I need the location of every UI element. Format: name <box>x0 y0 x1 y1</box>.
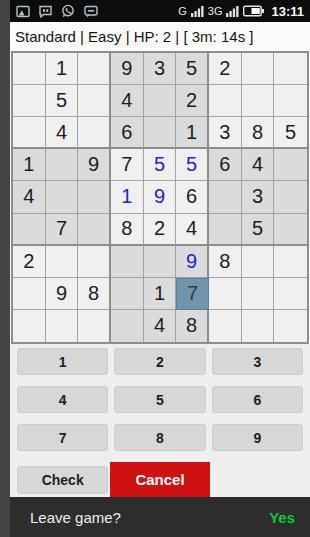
cell-r8-c9[interactable] <box>274 278 307 310</box>
cell-r9-c2[interactable] <box>46 310 79 342</box>
cell-r1-c2[interactable]: 1 <box>46 53 79 85</box>
game-info-text: Standard | Easy | HP: 2 | [ 3m: 14s ] <box>15 28 253 45</box>
cell-r4-c1[interactable]: 1 <box>13 149 46 181</box>
cell-r3-c6[interactable]: 1 <box>176 117 209 149</box>
cell-r5-c2[interactable] <box>46 181 79 213</box>
phone-screen: G 3G <box>10 0 310 537</box>
cell-r7-c9[interactable] <box>274 246 307 278</box>
cell-r7-c8[interactable] <box>242 246 275 278</box>
sms-icon <box>39 5 52 18</box>
notification-icons <box>16 4 98 18</box>
cell-r2-c1[interactable] <box>13 85 46 117</box>
cell-r8-c5[interactable]: 1 <box>144 278 177 310</box>
cell-r9-c1[interactable] <box>13 310 46 342</box>
cell-r5-c5[interactable]: 9 <box>144 181 177 213</box>
cell-r3-c1[interactable] <box>13 117 46 149</box>
cell-r4-c8[interactable]: 4 <box>242 149 275 181</box>
cell-r8-c2[interactable]: 9 <box>46 278 79 310</box>
status-indicators: G 3G <box>178 4 304 19</box>
cell-r7-c5[interactable] <box>144 246 177 278</box>
cell-r2-c4[interactable]: 4 <box>111 85 144 117</box>
cell-r3-c9[interactable]: 5 <box>274 117 307 149</box>
action-row: Check Cancel <box>17 462 303 497</box>
numpad-button-8[interactable]: 8 <box>114 424 205 451</box>
leave-game-snackbar: Leave game? Yes <box>10 497 310 537</box>
sudoku-board: 1935254246138519755644196378245298981748 <box>11 51 309 344</box>
cell-r9-c4[interactable] <box>111 310 144 342</box>
cell-r5-c9[interactable] <box>274 181 307 213</box>
cell-r4-c7[interactable]: 6 <box>209 149 242 181</box>
cell-r2-c6[interactable]: 2 <box>176 85 209 117</box>
cell-r6-c5[interactable]: 2 <box>144 214 177 246</box>
cell-r8-c8[interactable] <box>242 278 275 310</box>
cell-r9-c6[interactable]: 8 <box>176 310 209 342</box>
game-info-bar: Standard | Easy | HP: 2 | [ 3m: 14s ] <box>10 22 310 51</box>
cell-r9-c3[interactable] <box>78 310 111 342</box>
cell-r2-c8[interactable] <box>242 85 275 117</box>
signal-icon <box>226 5 239 17</box>
cell-r8-c7[interactable] <box>209 278 242 310</box>
battery-icon <box>243 5 264 17</box>
cell-r9-c8[interactable] <box>242 310 275 342</box>
cell-r5-c7[interactable] <box>209 181 242 213</box>
cancel-button[interactable]: Cancel <box>110 462 209 497</box>
cell-r4-c3[interactable]: 9 <box>78 149 111 181</box>
cell-r1-c3[interactable] <box>78 53 111 85</box>
cell-r8-c1[interactable] <box>13 278 46 310</box>
cell-r3-c3[interactable] <box>78 117 111 149</box>
clock: 13:11 <box>271 4 304 19</box>
cell-r2-c9[interactable] <box>274 85 307 117</box>
cell-r3-c4[interactable]: 6 <box>111 117 144 149</box>
numpad-button-5[interactable]: 5 <box>114 386 205 413</box>
cell-r7-c6[interactable]: 9 <box>176 246 209 278</box>
cell-r4-c9[interactable] <box>274 149 307 181</box>
network-3g-label: 3G <box>208 5 223 17</box>
cell-r1-c4[interactable]: 9 <box>111 53 144 85</box>
cell-r2-c5[interactable] <box>144 85 177 117</box>
whatsapp-icon <box>61 4 75 18</box>
number-pad: 123456789 <box>17 348 303 451</box>
numpad-button-1[interactable]: 1 <box>17 348 108 375</box>
cell-r7-c3[interactable] <box>78 246 111 278</box>
cell-r3-c5[interactable] <box>144 117 177 149</box>
cell-r1-c9[interactable] <box>274 53 307 85</box>
cell-r5-c4[interactable]: 1 <box>111 181 144 213</box>
cell-r1-c6[interactable]: 5 <box>176 53 209 85</box>
cell-r4-c6[interactable]: 5 <box>176 149 209 181</box>
cell-r8-c4[interactable] <box>111 278 144 310</box>
numpad-button-3[interactable]: 3 <box>212 348 303 375</box>
check-button[interactable]: Check <box>17 466 108 494</box>
control-panel: 123456789 Check Cancel <box>10 344 310 497</box>
cell-r5-c3[interactable] <box>78 181 111 213</box>
snackbar-message: Leave game? <box>30 509 121 526</box>
cell-r1-c1[interactable] <box>13 53 46 85</box>
cell-r7-c1[interactable]: 2 <box>13 246 46 278</box>
cell-r5-c1[interactable]: 4 <box>13 181 46 213</box>
cell-r3-c8[interactable]: 8 <box>242 117 275 149</box>
signal-icon <box>191 5 204 17</box>
cell-r6-c4[interactable]: 8 <box>111 214 144 246</box>
numpad-button-4[interactable]: 4 <box>17 386 108 413</box>
cell-r1-c8[interactable] <box>242 53 275 85</box>
numpad-button-2[interactable]: 2 <box>114 348 205 375</box>
cell-r9-c5[interactable]: 4 <box>144 310 177 342</box>
numpad-button-6[interactable]: 6 <box>212 386 303 413</box>
cell-r6-c3[interactable] <box>78 214 111 246</box>
cell-r1-c7[interactable]: 2 <box>209 53 242 85</box>
cell-r8-c3[interactable]: 8 <box>78 278 111 310</box>
cell-r9-c9[interactable] <box>274 310 307 342</box>
cell-r4-c5[interactable]: 5 <box>144 149 177 181</box>
cell-r2-c3[interactable] <box>78 85 111 117</box>
cell-r6-c6[interactable]: 4 <box>176 214 209 246</box>
cell-r6-c2[interactable]: 7 <box>46 214 79 246</box>
network-2g-label: G <box>178 5 187 17</box>
numpad-button-7[interactable]: 7 <box>17 424 108 451</box>
cell-r2-c2[interactable]: 5 <box>46 85 79 117</box>
cell-r7-c2[interactable] <box>46 246 79 278</box>
cell-r6-c7[interactable] <box>209 214 242 246</box>
screenshot-icon <box>16 5 30 18</box>
numpad-button-9[interactable]: 9 <box>212 424 303 451</box>
cell-r7-c4[interactable] <box>111 246 144 278</box>
cell-r4-c4[interactable]: 7 <box>111 149 144 181</box>
cell-r9-c7[interactable] <box>209 310 242 342</box>
yes-button[interactable]: Yes <box>269 509 295 526</box>
cell-r5-c8[interactable]: 3 <box>242 181 275 213</box>
cell-r5-c6[interactable]: 6 <box>176 181 209 213</box>
cell-r6-c8[interactable]: 5 <box>242 214 275 246</box>
status-bar: G 3G <box>10 0 310 22</box>
cell-r7-c7[interactable]: 8 <box>209 246 242 278</box>
cell-r3-c7[interactable]: 3 <box>209 117 242 149</box>
cell-r6-c9[interactable] <box>274 214 307 246</box>
cell-r4-c2[interactable] <box>46 149 79 181</box>
cell-r2-c7[interactable] <box>209 85 242 117</box>
cell-r6-c1[interactable] <box>13 214 46 246</box>
chat-icon <box>84 5 98 18</box>
cell-r1-c5[interactable]: 3 <box>144 53 177 85</box>
cell-r3-c2[interactable]: 4 <box>46 117 79 149</box>
cell-r8-c6[interactable]: 7 <box>176 278 209 310</box>
